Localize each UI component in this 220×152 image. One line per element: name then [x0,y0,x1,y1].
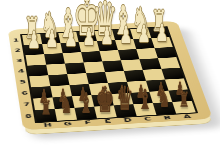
piece-white-pawn-c2[interactable]: ♟ [119,24,132,48]
chess-set-photo: 12345678 HGFEDCBA ♜♞♝♚♛♝♞♜♟♟♟♟♟♟♟♟♟♟♟♟♟♟… [0,0,220,152]
piece-black-rook-h8[interactable]: ♜ [41,99,52,119]
piece-white-pawn-g2[interactable]: ♟ [46,28,59,52]
piece-white-pawn-e2[interactable]: ♟ [83,26,96,50]
piece-black-knight-g8[interactable]: ♞ [59,94,72,118]
piece-black-bishop-f8[interactable]: ♝ [78,90,93,117]
piece-white-pawn-f2[interactable]: ♟ [64,27,77,51]
piece-white-pawn-a2[interactable]: ♟ [156,22,169,46]
piece-white-pawn-h2[interactable]: ♟ [28,29,41,53]
piece-layer: ♜♞♝♚♛♝♞♜♟♟♟♟♟♟♟♟♟♟♟♟♟♟♟♟♜♞♝♚♛♝♞♜ [0,0,220,152]
piece-black-knight-b8[interactable]: ♞ [158,88,171,112]
piece-black-bishop-c8[interactable]: ♝ [137,86,152,113]
piece-black-rook-a8[interactable]: ♜ [179,90,190,110]
piece-white-pawn-d2[interactable]: ♟ [101,25,114,49]
piece-white-pawn-b2[interactable]: ♟ [137,23,150,47]
piece-black-king-e8[interactable]: ♚ [96,81,115,117]
piece-black-queen-d8[interactable]: ♛ [117,83,134,115]
